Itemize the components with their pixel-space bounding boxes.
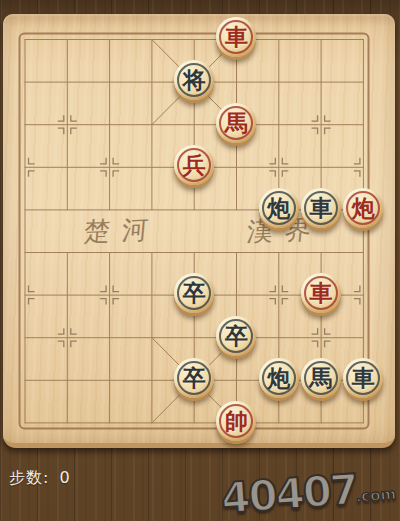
board-cell: 卒	[173, 274, 215, 317]
move-counter: 步数:0	[9, 468, 71, 489]
piece-glyph: 車	[225, 17, 248, 57]
watermark-logo: 40407.com	[220, 462, 398, 521]
piece-glyph: 車	[310, 188, 333, 228]
piece-red-馬[interactable]: 馬	[216, 103, 256, 143]
board-cell: 馬	[300, 359, 342, 402]
piece-glyph: 兵	[183, 145, 206, 185]
piece-black-車[interactable]: 車	[343, 358, 383, 398]
piece-glyph: 炮	[267, 188, 290, 228]
board-cell: 帥	[215, 402, 257, 445]
board-cell: 車	[300, 274, 342, 317]
board-cell: 兵	[173, 146, 215, 189]
piece-red-炮[interactable]: 炮	[343, 188, 383, 228]
piece-glyph: 車	[352, 358, 375, 398]
watermark-suffix: .com	[355, 485, 397, 506]
piece-red-車[interactable]: 車	[301, 273, 341, 313]
board-cell: 車	[300, 189, 342, 232]
piece-red-兵[interactable]: 兵	[174, 145, 214, 185]
piece-glyph: 車	[310, 273, 333, 313]
board-cell: 卒	[173, 359, 215, 402]
piece-black-車[interactable]: 車	[301, 188, 341, 228]
piece-black-将[interactable]: 将	[174, 60, 214, 100]
move-counter-label: 步数:	[9, 468, 49, 487]
board-cell: 馬	[215, 103, 257, 146]
board-cell: 炮	[258, 359, 300, 402]
board-cell: 炮	[258, 189, 300, 232]
piece-black-卒[interactable]: 卒	[216, 316, 256, 356]
board-cell: 車	[215, 18, 257, 61]
piece-glyph: 馬	[310, 358, 333, 398]
piece-black-卒[interactable]: 卒	[174, 358, 214, 398]
piece-glyph: 卒	[183, 273, 206, 313]
piece-glyph: 卒	[225, 316, 248, 356]
piece-red-車[interactable]: 車	[216, 17, 256, 57]
piece-red-帥[interactable]: 帥	[216, 401, 256, 441]
piece-glyph: 将	[183, 60, 206, 100]
board-cell: 車	[342, 359, 384, 402]
piece-black-馬[interactable]: 馬	[301, 358, 341, 398]
board-cell: 卒	[215, 316, 257, 359]
piece-glyph: 炮	[267, 358, 290, 398]
pieces-layer: 車将馬兵炮車炮卒車卒卒炮馬車帥	[4, 18, 385, 444]
watermark-brand: 40407	[220, 465, 359, 521]
xiangqi-board[interactable]: 楚河 漢界 車将馬兵炮車炮卒車卒卒炮馬車帥	[3, 14, 395, 448]
piece-glyph: 馬	[225, 103, 248, 143]
piece-glyph: 炮	[352, 188, 375, 228]
move-counter-value: 0	[59, 468, 70, 487]
board-cell: 将	[173, 61, 215, 104]
board-cell: 炮	[342, 189, 384, 232]
piece-black-卒[interactable]: 卒	[174, 273, 214, 313]
piece-glyph: 帥	[225, 401, 248, 441]
piece-black-炮[interactable]: 炮	[259, 188, 299, 228]
piece-glyph: 卒	[183, 358, 206, 398]
piece-black-炮[interactable]: 炮	[259, 358, 299, 398]
